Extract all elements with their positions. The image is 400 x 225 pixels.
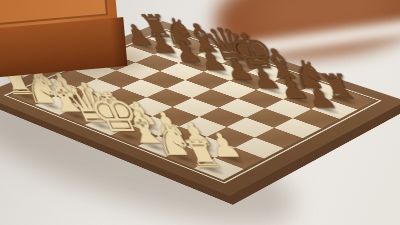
- wooden-storage-box: [0, 0, 127, 78]
- chess-set-photo: ♜♞♝♛♚♝♞♜♟♟♟♟♟♟♟♟♟♟♟♟♟♟♟♟♜♞♝♛♚♝♞♜: [0, 0, 400, 225]
